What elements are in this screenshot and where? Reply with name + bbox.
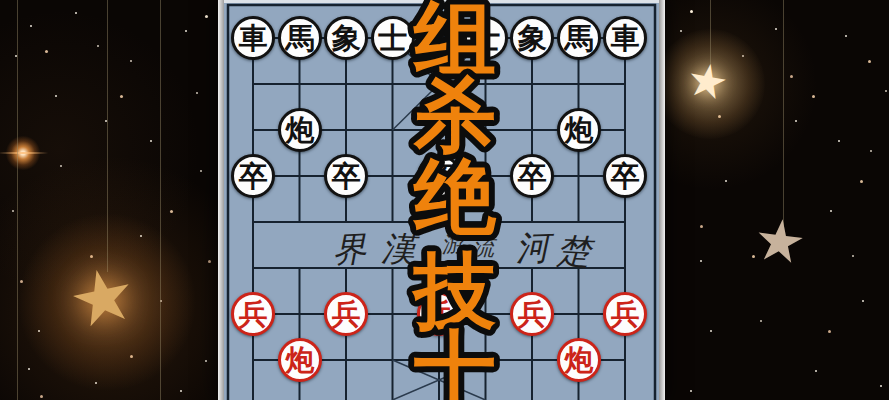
black-advisor[interactable]: 士: [464, 16, 508, 60]
black-chariot[interactable]: 車: [231, 16, 275, 60]
black-chariot[interactable]: 車: [603, 16, 647, 60]
black-elephant[interactable]: 象: [324, 16, 368, 60]
hanging-string: [107, 0, 108, 272]
red-soldier[interactable]: 兵: [510, 292, 554, 336]
red-soldier[interactable]: 兵: [603, 292, 647, 336]
black-advisor[interactable]: 士: [371, 16, 415, 60]
black-soldier[interactable]: 卒: [324, 154, 368, 198]
hanging-star-icon: ★: [683, 55, 732, 107]
red-soldier[interactable]: 兵: [417, 292, 461, 336]
black-soldier[interactable]: 卒: [231, 154, 275, 198]
black-cannon[interactable]: 炮: [557, 108, 601, 152]
black-general[interactable]: 將: [417, 16, 461, 60]
black-horse[interactable]: 馬: [278, 16, 322, 60]
hanging-star-icon: ★: [62, 254, 142, 340]
hanging-star-icon: ★: [751, 209, 810, 273]
black-soldier[interactable]: 卒: [417, 154, 461, 198]
pieces-grid: 車馬象士將士象馬車炮炮卒卒卒卒卒兵兵兵兵兵炮炮: [230, 15, 649, 400]
red-cannon[interactable]: 炮: [557, 338, 601, 382]
xiangqi-board[interactable]: 界 漢 游 流 河 楚 車馬象士將士象馬車炮炮卒卒卒卒卒兵兵兵兵兵炮炮: [218, 0, 665, 400]
black-soldier[interactable]: 卒: [510, 154, 554, 198]
black-soldier[interactable]: 卒: [603, 154, 647, 198]
red-soldier[interactable]: 兵: [231, 292, 275, 336]
sparkle-star-icon: [6, 136, 40, 170]
black-horse[interactable]: 馬: [557, 16, 601, 60]
black-cannon[interactable]: 炮: [278, 108, 322, 152]
hanging-string: [160, 0, 161, 400]
red-soldier[interactable]: 兵: [324, 292, 368, 336]
screenshot-root: { "game": "xiangqi (Chinese chess)", "ov…: [0, 0, 889, 400]
starfield-dots-warm-layer: [0, 0, 3, 3]
hanging-string: [17, 0, 18, 400]
hanging-string: [783, 0, 784, 237]
red-cannon[interactable]: 炮: [278, 338, 322, 382]
black-elephant[interactable]: 象: [510, 16, 554, 60]
